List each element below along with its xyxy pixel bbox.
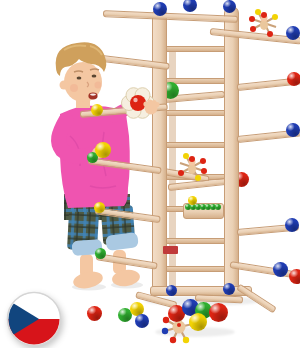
- rail-end-ball: [285, 218, 299, 232]
- rail-end-ball: [287, 72, 300, 86]
- tower-post-right: [224, 6, 239, 292]
- czech-flag-badge: [5, 290, 63, 348]
- floor-ball: [87, 306, 102, 321]
- spinner-figure-icon: [175, 150, 209, 184]
- rail-tip-green: [95, 248, 106, 259]
- blue-ball-on-top-rail: [183, 0, 197, 12]
- rail-end-ball: [273, 262, 288, 277]
- rail-end-ball: [286, 123, 300, 137]
- child-ear: [60, 81, 69, 90]
- base-knob-blue: [166, 285, 177, 296]
- post-knob-blue: [223, 0, 236, 13]
- product-photo-stage: [0, 0, 300, 348]
- tower-rung: [165, 238, 226, 244]
- tower-rung: [165, 46, 226, 52]
- spinner-figure-icon: [247, 6, 281, 40]
- cascade-yellow-ball: [188, 196, 197, 205]
- brand-label: [163, 246, 178, 254]
- yellow-ball-on-rail: [91, 104, 103, 116]
- czech-flag-icon: [5, 290, 63, 348]
- yellow-ball-in-hand: [95, 142, 111, 158]
- child-left-hand: [139, 95, 165, 121]
- tower-rung: [165, 110, 226, 116]
- post-knob-blue: [153, 2, 167, 16]
- tower-rung: [165, 266, 226, 272]
- top-rail: [103, 10, 238, 23]
- rail-end-ball: [286, 26, 300, 40]
- cascade-key: [215, 204, 221, 210]
- rail-tip-yellow: [94, 202, 105, 213]
- floor-ball: [209, 303, 228, 322]
- floor-ball: [189, 313, 207, 331]
- base-knob-blue: [223, 283, 235, 295]
- tower-rung: [165, 142, 226, 148]
- rail-end-ball: [289, 269, 300, 284]
- floor-ball: [135, 314, 149, 328]
